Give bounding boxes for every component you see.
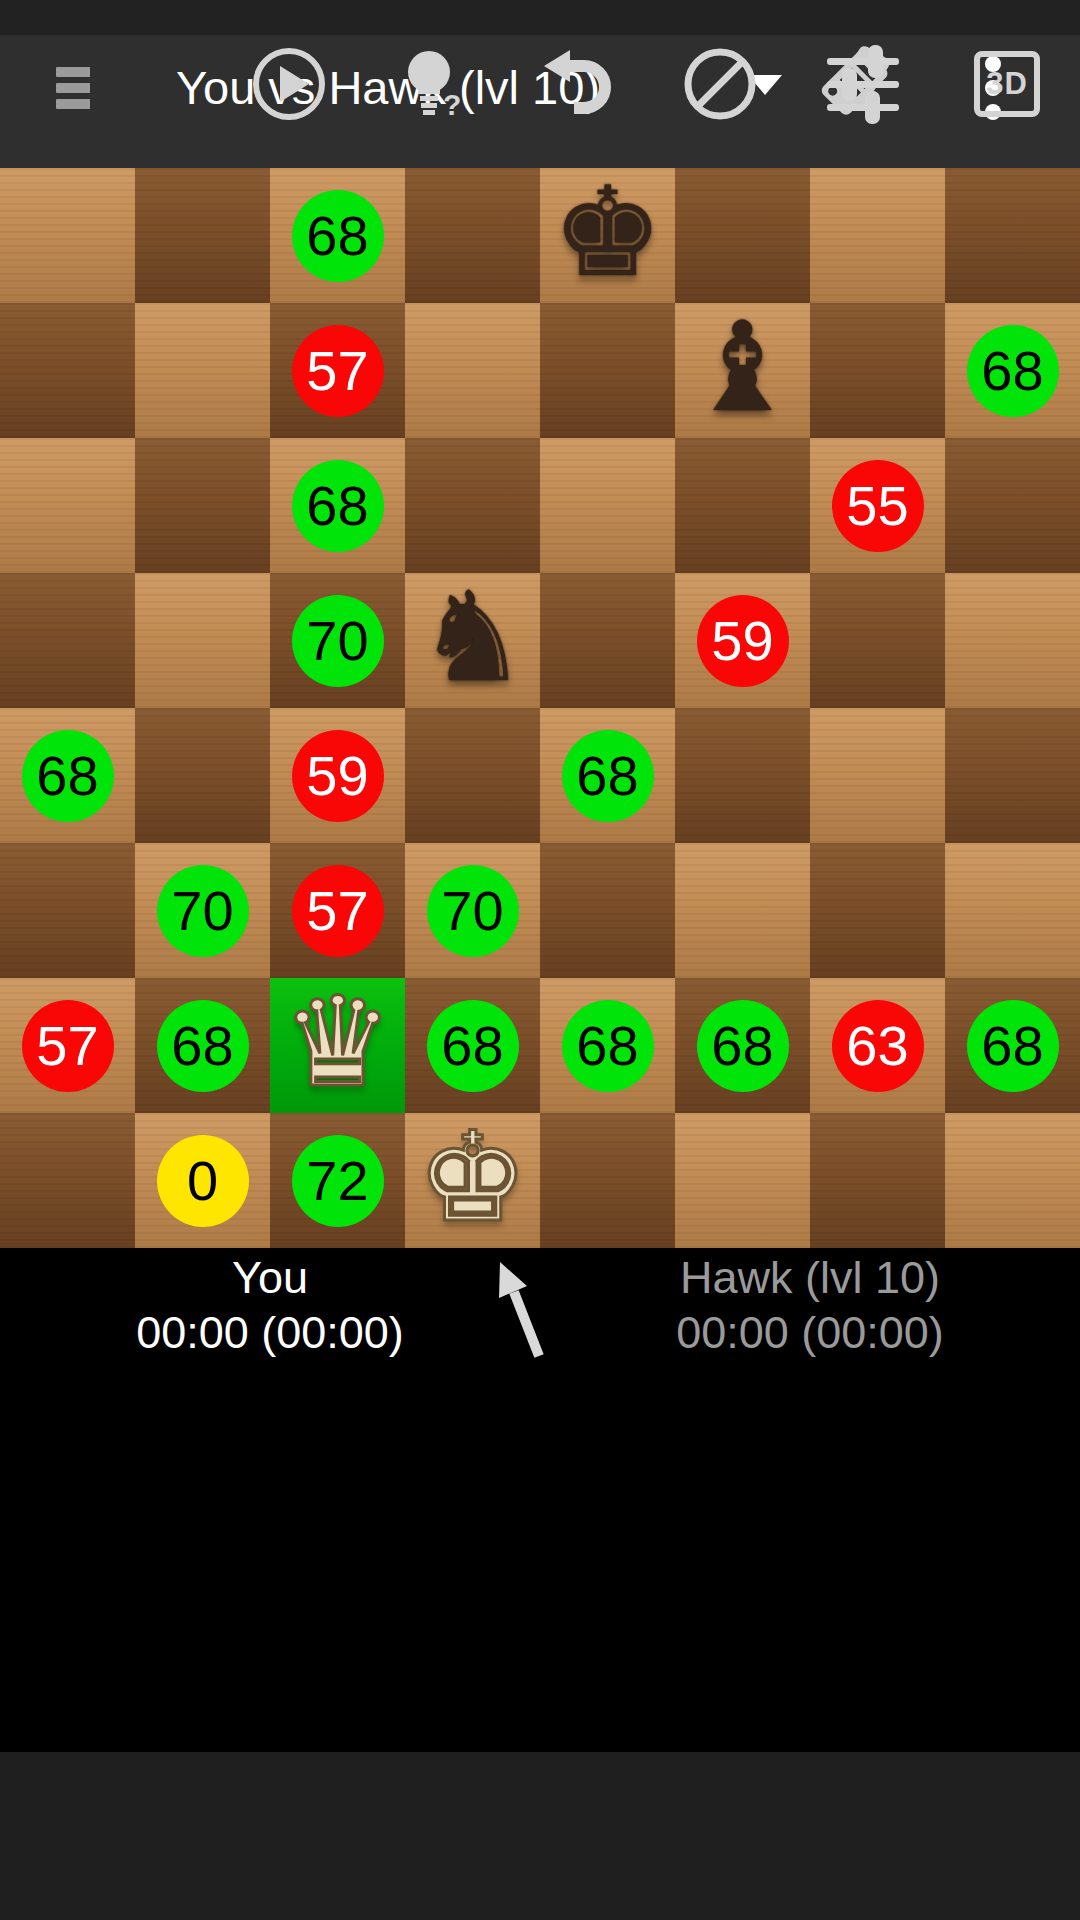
piece-black-bishop-f7[interactable]: ♝ <box>675 297 810 438</box>
square-c5[interactable]: 70 <box>270 573 405 708</box>
square-b7[interactable] <box>135 303 270 438</box>
square-c1[interactable]: 72 <box>270 1113 405 1248</box>
square-e4[interactable]: 68 <box>540 708 675 843</box>
square-a1[interactable] <box>0 1113 135 1248</box>
move-hint-b3[interactable]: 70 <box>157 865 249 957</box>
lightbulb-icon <box>391 42 475 126</box>
square-d7[interactable] <box>405 303 540 438</box>
square-c4[interactable]: 59 <box>270 708 405 843</box>
square-e7[interactable] <box>540 303 675 438</box>
square-d6[interactable] <box>405 438 540 573</box>
square-d1[interactable]: ♚ <box>405 1113 540 1248</box>
square-g1[interactable] <box>810 1113 945 1248</box>
square-a5[interactable] <box>0 573 135 708</box>
square-c8[interactable]: 68 <box>270 168 405 303</box>
move-hint-d2[interactable]: 68 <box>427 1000 519 1092</box>
move-hint-c8[interactable]: 68 <box>292 190 384 282</box>
square-h4[interactable] <box>945 708 1080 843</box>
square-e3[interactable] <box>540 843 675 978</box>
move-hint-h7[interactable]: 68 <box>967 325 1059 417</box>
square-f2[interactable]: 68 <box>675 978 810 1113</box>
square-g6[interactable]: 55 <box>810 438 945 573</box>
square-f7[interactable]: ♝ <box>675 303 810 438</box>
square-e5[interactable] <box>540 573 675 708</box>
square-d8[interactable] <box>405 168 540 303</box>
move-hint-b1[interactable]: 0 <box>157 1135 249 1227</box>
move-hint-d3[interactable]: 70 <box>427 865 519 957</box>
white-player-time: 00:00 (00:00) <box>0 1305 540 1360</box>
move-hint-b2[interactable]: 68 <box>157 1000 249 1092</box>
play-button[interactable] <box>247 42 331 126</box>
square-d4[interactable] <box>405 708 540 843</box>
square-g7[interactable] <box>810 303 945 438</box>
move-hint-h2[interactable]: 68 <box>967 1000 1059 1092</box>
bottom-toolbar <box>0 1752 1080 1920</box>
square-b8[interactable] <box>135 168 270 303</box>
move-hint-e2[interactable]: 68 <box>562 1000 654 1092</box>
square-b5[interactable] <box>135 573 270 708</box>
move-hint-c6[interactable]: 68 <box>292 460 384 552</box>
square-f5[interactable]: 59 <box>675 573 810 708</box>
move-hint-f5[interactable]: 59 <box>697 595 789 687</box>
square-c6[interactable]: 68 <box>270 438 405 573</box>
square-d2[interactable]: 68 <box>405 978 540 1113</box>
square-g2[interactable]: 63 <box>810 978 945 1113</box>
view-3d-button[interactable]: 3D <box>965 42 1049 126</box>
piece-black-knight-d5[interactable]: ♞ <box>405 567 540 708</box>
block-button[interactable] <box>678 42 762 126</box>
square-g8[interactable] <box>810 168 945 303</box>
square-e8[interactable]: ♚ <box>540 168 675 303</box>
black-player-name: Hawk (lvl 10) <box>540 1250 1080 1305</box>
square-a4[interactable]: 68 <box>0 708 135 843</box>
view-3d-icon: 3D <box>974 51 1040 117</box>
square-d3[interactable]: 70 <box>405 843 540 978</box>
move-hint-c1[interactable]: 72 <box>292 1135 384 1227</box>
menu-icon[interactable] <box>56 67 90 109</box>
move-hint-a2[interactable]: 57 <box>22 1000 114 1092</box>
square-e6[interactable] <box>540 438 675 573</box>
square-f3[interactable] <box>675 843 810 978</box>
move-hint-c5[interactable]: 70 <box>292 595 384 687</box>
chess-app: You vs Hawk (lvl 10) 68♚57♝68685570♞5968… <box>0 0 1080 1920</box>
square-h5[interactable] <box>945 573 1080 708</box>
hint-question-badge: ? <box>443 88 461 122</box>
square-h6[interactable] <box>945 438 1080 573</box>
square-e1[interactable] <box>540 1113 675 1248</box>
chess-board[interactable]: 68♚57♝68685570♞596859687057705768♛686868… <box>0 168 1080 1248</box>
square-f1[interactable] <box>675 1113 810 1248</box>
square-d5[interactable]: ♞ <box>405 573 540 708</box>
play-icon <box>247 42 331 126</box>
piece-black-king-e8[interactable]: ♚ <box>540 162 675 303</box>
square-e2[interactable]: 68 <box>540 978 675 1113</box>
block-icon <box>678 42 762 126</box>
square-h8[interactable] <box>945 168 1080 303</box>
square-f4[interactable] <box>675 708 810 843</box>
piece-white-queen-c2[interactable]: ♛ <box>270 972 405 1113</box>
square-h7[interactable]: 68 <box>945 303 1080 438</box>
settings-sliders-button[interactable] <box>821 42 905 126</box>
square-b3[interactable]: 70 <box>135 843 270 978</box>
square-a3[interactable] <box>0 843 135 978</box>
square-b2[interactable]: 68 <box>135 978 270 1113</box>
status-bar <box>0 0 1080 35</box>
square-h1[interactable] <box>945 1113 1080 1248</box>
black-clock: Hawk (lvl 10) 00:00 (00:00) <box>540 1250 1080 1360</box>
white-clock: You 00:00 (00:00) <box>0 1250 540 1360</box>
move-hint-arrow <box>478 1250 560 1368</box>
undo-button[interactable] <box>534 42 618 126</box>
black-player-time: 00:00 (00:00) <box>540 1305 1080 1360</box>
square-g3[interactable] <box>810 843 945 978</box>
square-g4[interactable] <box>810 708 945 843</box>
piece-white-king-d1[interactable]: ♚ <box>405 1107 540 1248</box>
move-hint-g6[interactable]: 55 <box>832 460 924 552</box>
square-a8[interactable] <box>0 168 135 303</box>
move-hint-a4[interactable]: 68 <box>22 730 114 822</box>
square-f6[interactable] <box>675 438 810 573</box>
move-hint-g2[interactable]: 63 <box>832 1000 924 1092</box>
square-b4[interactable] <box>135 708 270 843</box>
hint-button[interactable]: ? <box>391 42 475 126</box>
undo-icon <box>534 42 618 126</box>
view-3d-label: 3D <box>986 66 1028 102</box>
square-h3[interactable] <box>945 843 1080 978</box>
move-hint-c7[interactable]: 57 <box>292 325 384 417</box>
square-a2[interactable]: 57 <box>0 978 135 1113</box>
square-b1[interactable]: 0 <box>135 1113 270 1248</box>
square-f8[interactable] <box>675 168 810 303</box>
square-g5[interactable] <box>810 573 945 708</box>
square-b6[interactable] <box>135 438 270 573</box>
square-h2[interactable]: 68 <box>945 978 1080 1113</box>
square-c2[interactable]: ♛ <box>270 978 405 1113</box>
square-c3[interactable]: 57 <box>270 843 405 978</box>
move-hint-c3[interactable]: 57 <box>292 865 384 957</box>
white-player-name: You <box>0 1250 540 1305</box>
move-hint-e4[interactable]: 68 <box>562 730 654 822</box>
sliders-icon <box>821 42 905 126</box>
square-a6[interactable] <box>0 438 135 573</box>
square-a7[interactable] <box>0 303 135 438</box>
square-c7[interactable]: 57 <box>270 303 405 438</box>
move-hint-c4[interactable]: 59 <box>292 730 384 822</box>
move-hint-f2[interactable]: 68 <box>697 1000 789 1092</box>
